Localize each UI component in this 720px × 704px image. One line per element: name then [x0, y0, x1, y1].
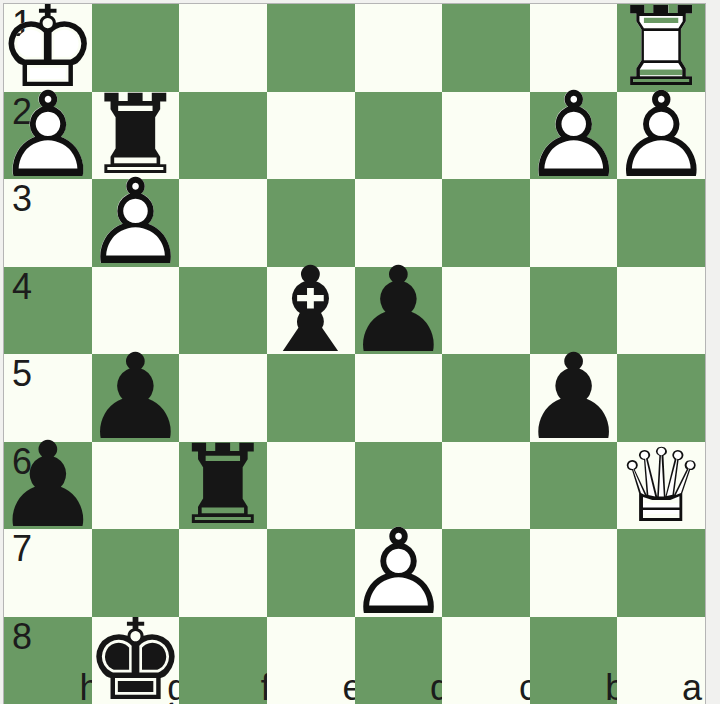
square-f1[interactable] [179, 4, 267, 92]
white-queen-outline: ♕ [617, 442, 705, 530]
square-d8[interactable]: d [355, 617, 443, 704]
square-d5[interactable] [355, 354, 443, 442]
black-bishop-glyph: ♝ [267, 267, 355, 355]
black-rook-f6[interactable]: ♜ [179, 442, 267, 530]
square-f6[interactable]: ♜ [179, 442, 267, 530]
square-e7[interactable] [267, 529, 355, 617]
square-f8[interactable]: f [179, 617, 267, 704]
square-h4[interactable]: 4 [4, 267, 92, 355]
rank-label-4: 4 [12, 268, 32, 306]
square-c1[interactable] [442, 4, 530, 92]
square-c3[interactable] [442, 179, 530, 267]
white-queen-a6[interactable]: ♛♕ [617, 442, 705, 530]
square-g3[interactable]: ♟♙ [92, 179, 180, 267]
square-h2[interactable]: 2♟♙ [4, 92, 92, 180]
square-e4[interactable]: ♝ [267, 267, 355, 355]
white-pawn-a2[interactable]: ♟♙ [617, 92, 705, 180]
square-d7[interactable]: ♟♙ [355, 529, 443, 617]
square-c7[interactable] [442, 529, 530, 617]
black-bishop-e4[interactable]: ♝ [267, 267, 355, 355]
square-e5[interactable] [267, 354, 355, 442]
page: { "game": "chess", "orientation": "black… [0, 0, 720, 704]
file-label-a: a [682, 670, 702, 704]
black-rook-glyph: ♜ [179, 442, 267, 530]
square-d2[interactable] [355, 92, 443, 180]
square-e8[interactable]: e [267, 617, 355, 704]
square-b5[interactable]: ♟ [530, 354, 618, 442]
black-pawn-d4[interactable]: ♟ [355, 267, 443, 355]
white-pawn-outline: ♙ [4, 92, 92, 180]
white-pawn-g3[interactable]: ♟♙ [92, 179, 180, 267]
square-a2[interactable]: ♟♙ [617, 92, 705, 180]
square-h8[interactable]: 8h [4, 617, 92, 704]
white-pawn-outline: ♙ [530, 92, 618, 180]
square-c5[interactable] [442, 354, 530, 442]
square-c4[interactable] [442, 267, 530, 355]
square-a7[interactable] [617, 529, 705, 617]
black-pawn-glyph: ♟ [355, 267, 443, 355]
square-e6[interactable] [267, 442, 355, 530]
square-f3[interactable] [179, 179, 267, 267]
white-pawn-outline: ♙ [92, 179, 180, 267]
square-h6[interactable]: 6♟ [4, 442, 92, 530]
square-g5[interactable]: ♟ [92, 354, 180, 442]
square-b7[interactable] [530, 529, 618, 617]
square-c6[interactable] [442, 442, 530, 530]
rank-label-7: 7 [12, 530, 32, 568]
black-pawn-h6[interactable]: ♟ [4, 442, 92, 530]
square-d4[interactable]: ♟ [355, 267, 443, 355]
square-g8[interactable]: g♚ [92, 617, 180, 704]
square-f7[interactable] [179, 529, 267, 617]
square-a6[interactable]: ♛♕ [617, 442, 705, 530]
square-b2[interactable]: ♟♙ [530, 92, 618, 180]
rank-label-8: 8 [12, 618, 32, 656]
white-pawn-outline: ♙ [617, 92, 705, 180]
square-h3[interactable]: 3 [4, 179, 92, 267]
square-c8[interactable]: c [442, 617, 530, 704]
square-g6[interactable] [92, 442, 180, 530]
square-f4[interactable] [179, 267, 267, 355]
board-frame: 1♚♔♜♖2♟♙♜♟♙♟♙3♟♙4♝♟5♟♟6♟♜♛♕7♟♙8hg♚fedcba [3, 3, 706, 704]
black-pawn-glyph: ♟ [530, 354, 618, 442]
square-f2[interactable] [179, 92, 267, 180]
black-king-g8[interactable]: ♚ [92, 617, 180, 704]
black-pawn-glyph: ♟ [92, 354, 180, 442]
white-pawn-b2[interactable]: ♟♙ [530, 92, 618, 180]
square-e2[interactable] [267, 92, 355, 180]
square-b8[interactable]: b [530, 617, 618, 704]
square-c2[interactable] [442, 92, 530, 180]
black-king-glyph: ♚ [92, 617, 180, 704]
square-d1[interactable] [355, 4, 443, 92]
black-pawn-g5[interactable]: ♟ [92, 354, 180, 442]
square-a4[interactable] [617, 267, 705, 355]
white-pawn-d7[interactable]: ♟♙ [355, 529, 443, 617]
square-h7[interactable]: 7 [4, 529, 92, 617]
square-e1[interactable] [267, 4, 355, 92]
square-a8[interactable]: a [617, 617, 705, 704]
white-pawn-h2[interactable]: ♟♙ [4, 92, 92, 180]
black-pawn-b5[interactable]: ♟ [530, 354, 618, 442]
rank-label-5: 5 [12, 355, 32, 393]
square-b6[interactable] [530, 442, 618, 530]
rank-label-3: 3 [12, 180, 32, 218]
square-b3[interactable] [530, 179, 618, 267]
square-a3[interactable] [617, 179, 705, 267]
black-pawn-glyph: ♟ [4, 442, 92, 530]
chess-board: 1♚♔♜♖2♟♙♜♟♙♟♙3♟♙4♝♟5♟♟6♟♜♛♕7♟♙8hg♚fedcba [4, 4, 705, 704]
white-pawn-outline: ♙ [355, 529, 443, 617]
